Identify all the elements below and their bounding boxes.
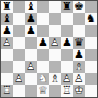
- square-c1[interactable]: [25, 85, 37, 97]
- piece-black-king: ♚: [73, 1, 85, 13]
- piece-white-king-fill: ♚: [73, 85, 85, 97]
- piece-black-pawn: ♟: [61, 37, 73, 49]
- square-b1[interactable]: [13, 85, 25, 97]
- square-h2[interactable]: [85, 73, 97, 85]
- square-d3[interactable]: [37, 61, 49, 73]
- piece-white-king: ♔: [73, 85, 85, 97]
- piece-white-bishop: ♗: [73, 61, 85, 73]
- piece-white-pawn: ♙: [73, 73, 85, 85]
- square-e8[interactable]: [49, 1, 61, 13]
- piece-white-pawn-fill: ♟: [73, 73, 85, 85]
- square-g1[interactable]: ♚♔: [73, 85, 85, 97]
- square-d1[interactable]: ♛♕: [37, 85, 49, 97]
- square-b7[interactable]: [13, 13, 25, 25]
- piece-white-pawn: ♙: [1, 37, 13, 49]
- square-e3[interactable]: [49, 61, 61, 73]
- square-h4[interactable]: [85, 49, 97, 61]
- piece-white-pawn: ♙: [25, 61, 37, 73]
- square-f2[interactable]: ♟♙: [61, 73, 73, 85]
- square-h1[interactable]: [85, 85, 97, 97]
- piece-white-pawn: ♙: [13, 73, 25, 85]
- piece-black-pawn: ♟: [25, 13, 37, 25]
- piece-white-pawn-fill: ♟: [25, 61, 37, 73]
- piece-white-pawn: ♙: [49, 37, 61, 49]
- square-g2[interactable]: ♟♙: [73, 73, 85, 85]
- square-c2[interactable]: [25, 73, 37, 85]
- square-a8[interactable]: ♜: [1, 1, 13, 13]
- square-b5[interactable]: [13, 37, 25, 49]
- piece-black-pawn: ♟: [25, 25, 37, 37]
- square-f8[interactable]: ♜: [61, 1, 73, 13]
- square-h6[interactable]: [85, 25, 97, 37]
- square-e2[interactable]: ♝♗: [49, 73, 61, 85]
- piece-black-pawn: ♟: [37, 37, 49, 49]
- square-e1[interactable]: [49, 85, 61, 97]
- piece-white-bishop-fill: ♝: [49, 73, 61, 85]
- square-b2[interactable]: ♟♙: [13, 73, 25, 85]
- square-f1[interactable]: ♜♖: [61, 85, 73, 97]
- piece-black-pawn: ♟: [1, 25, 13, 37]
- square-e4[interactable]: [49, 49, 61, 61]
- square-g6[interactable]: [73, 25, 85, 37]
- square-a7[interactable]: ♝: [1, 13, 13, 25]
- square-f3[interactable]: [61, 61, 73, 73]
- piece-white-pawn-fill: ♟: [61, 73, 73, 85]
- square-c5[interactable]: [25, 37, 37, 49]
- square-a3[interactable]: [1, 61, 13, 73]
- square-a5[interactable]: ♟♙: [1, 37, 13, 49]
- piece-white-bishop-fill: ♝: [73, 61, 85, 73]
- chess-board: ♜♝♜♚♝♟♞♟♟♟♙♟♟♙♟♛♟♟♙♝♗♟♙♞♘♝♗♟♙♟♙♜♖♛♕♜♖♚♔: [0, 0, 98, 98]
- square-h8[interactable]: [85, 1, 97, 13]
- square-e6[interactable]: [49, 25, 61, 37]
- square-g7[interactable]: [73, 13, 85, 25]
- square-d7[interactable]: [37, 13, 49, 25]
- piece-white-knight: ♘: [37, 73, 49, 85]
- square-h3[interactable]: [85, 61, 97, 73]
- square-d2[interactable]: ♞♘: [37, 73, 49, 85]
- square-f4[interactable]: [61, 49, 73, 61]
- square-b3[interactable]: [13, 61, 25, 73]
- square-c8[interactable]: ♝: [25, 1, 37, 13]
- square-d5[interactable]: ♟: [37, 37, 49, 49]
- square-c3[interactable]: ♟♙: [25, 61, 37, 73]
- piece-white-rook: ♖: [61, 85, 73, 97]
- square-d6[interactable]: [37, 25, 49, 37]
- piece-black-knight: ♞: [85, 13, 97, 25]
- square-e5[interactable]: ♟♙: [49, 37, 61, 49]
- piece-black-queen: ♛: [73, 37, 85, 49]
- piece-black-bishop: ♝: [25, 1, 37, 13]
- piece-white-pawn-fill: ♟: [49, 37, 61, 49]
- piece-white-pawn: ♙: [61, 73, 73, 85]
- square-g8[interactable]: ♚: [73, 1, 85, 13]
- square-b6[interactable]: [13, 25, 25, 37]
- square-a6[interactable]: ♟: [1, 25, 13, 37]
- square-d4[interactable]: [37, 49, 49, 61]
- square-g3[interactable]: ♝♗: [73, 61, 85, 73]
- piece-white-bishop: ♗: [49, 73, 61, 85]
- square-d8[interactable]: [37, 1, 49, 13]
- square-b8[interactable]: [13, 1, 25, 13]
- piece-white-pawn-fill: ♟: [13, 73, 25, 85]
- square-a4[interactable]: [1, 49, 13, 61]
- square-h5[interactable]: [85, 37, 97, 49]
- square-c4[interactable]: [25, 49, 37, 61]
- piece-black-pawn: ♟: [73, 49, 85, 61]
- square-a1[interactable]: ♜♖: [1, 85, 13, 97]
- square-e7[interactable]: [49, 13, 61, 25]
- piece-black-bishop: ♝: [1, 13, 13, 25]
- square-c6[interactable]: ♟: [25, 25, 37, 37]
- piece-black-rook: ♜: [1, 1, 13, 13]
- square-f5[interactable]: ♟: [61, 37, 73, 49]
- piece-white-rook-fill: ♜: [61, 85, 73, 97]
- piece-white-queen: ♕: [37, 85, 49, 97]
- square-h7[interactable]: ♞: [85, 13, 97, 25]
- piece-white-queen-fill: ♛: [37, 85, 49, 97]
- piece-white-rook-fill: ♜: [1, 85, 13, 97]
- square-g5[interactable]: ♛: [73, 37, 85, 49]
- square-b4[interactable]: [13, 49, 25, 61]
- square-a2[interactable]: [1, 73, 13, 85]
- square-f6[interactable]: [61, 25, 73, 37]
- square-c7[interactable]: ♟: [25, 13, 37, 25]
- piece-white-pawn-fill: ♟: [1, 37, 13, 49]
- piece-white-rook: ♖: [1, 85, 13, 97]
- square-f7[interactable]: [61, 13, 73, 25]
- piece-white-knight-fill: ♞: [37, 73, 49, 85]
- square-g4[interactable]: ♟: [73, 49, 85, 61]
- piece-black-rook: ♜: [61, 1, 73, 13]
